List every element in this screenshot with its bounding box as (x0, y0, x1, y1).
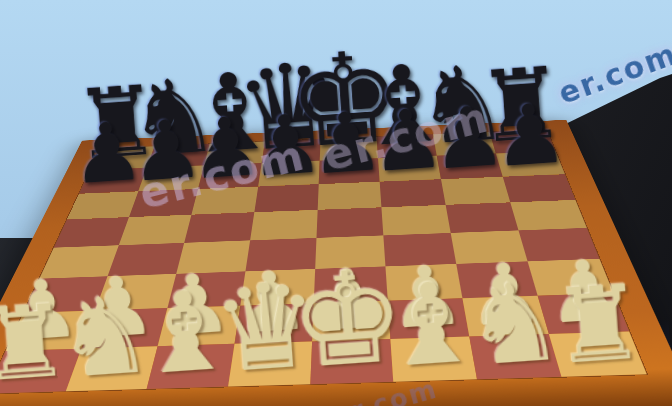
square-h7[interactable]: ♟ (496, 151, 565, 177)
square-f5[interactable] (381, 205, 450, 236)
square-h5[interactable] (510, 200, 587, 231)
square-g7[interactable]: ♟ (437, 153, 503, 179)
square-g5[interactable] (446, 202, 519, 233)
square-h6[interactable] (503, 174, 576, 202)
square-a6[interactable] (67, 191, 138, 219)
square-g6[interactable] (441, 177, 510, 205)
square-c6[interactable] (191, 187, 258, 215)
square-d5[interactable] (250, 210, 318, 241)
square-f1[interactable]: ♝ (390, 336, 477, 381)
piece-white-rook-h1[interactable]: ♜ (549, 270, 648, 379)
square-a5[interactable] (54, 217, 129, 248)
chess-photo-scene: ♜♞♝♛♚♝♞♜♟♟♟♟♟♟♟♟♟♟♟♟♟♟♟♟♜♞♝♛♚♝♞♜ er.com … (0, 0, 672, 406)
square-b5[interactable] (119, 215, 192, 246)
square-f7[interactable]: ♟ (378, 156, 441, 182)
square-h1[interactable]: ♜ (549, 331, 647, 376)
chess-board[interactable]: ♜♞♝♛♚♝♞♜♟♟♟♟♟♟♟♟♟♟♟♟♟♟♟♟♜♞♝♛♚♝♞♜ (0, 129, 647, 393)
square-g1[interactable]: ♞ (469, 334, 561, 379)
chess-board-frame: ♜♞♝♛♚♝♞♜♟♟♟♟♟♟♟♟♟♟♟♟♟♟♟♟♜♞♝♛♚♝♞♜ (0, 120, 672, 406)
square-e5[interactable] (316, 207, 383, 238)
square-c5[interactable] (184, 212, 254, 243)
square-e7[interactable]: ♟ (319, 158, 380, 184)
piece-black-pawn-h7[interactable]: ♟ (490, 92, 570, 180)
square-e1[interactable]: ♚ (310, 339, 393, 384)
square-e6[interactable] (318, 182, 382, 210)
square-f6[interactable] (380, 179, 446, 207)
square-d6[interactable] (254, 184, 318, 212)
square-b6[interactable] (129, 189, 198, 217)
